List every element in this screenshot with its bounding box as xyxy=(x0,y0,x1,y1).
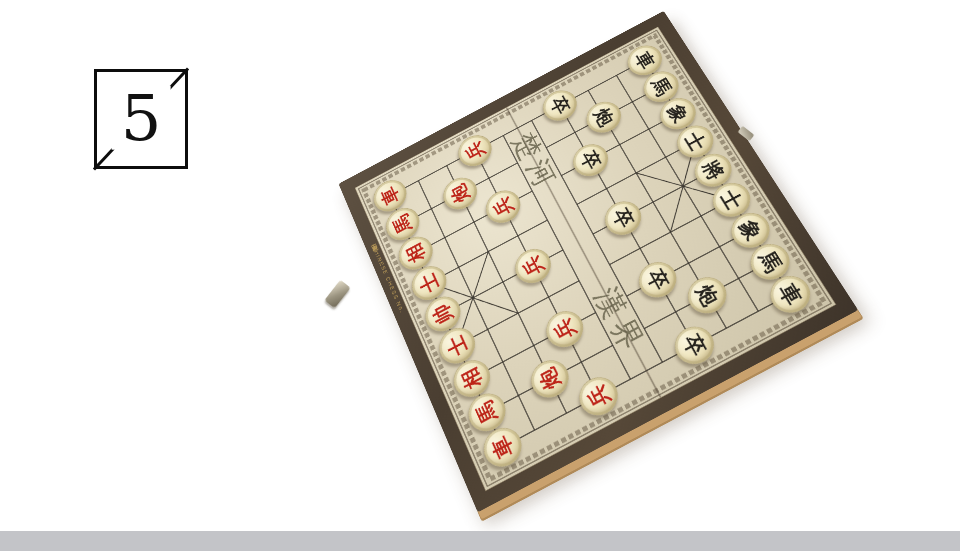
piece-character: 車 xyxy=(489,433,517,462)
piece-character: 馬 xyxy=(391,212,415,237)
board-frame: 中国象棋 CHINESE CHESS No. xyxy=(339,11,859,512)
piece-character: 士 xyxy=(717,187,745,213)
piece-red: 炮 xyxy=(438,172,482,216)
piece-character: 相 xyxy=(403,241,428,266)
piece-character: 車 xyxy=(378,184,402,208)
piece-character: 炮 xyxy=(536,365,564,393)
piece-character: 兵 xyxy=(584,382,613,411)
piece-character: 象 xyxy=(665,102,692,126)
piece-red: 兵 xyxy=(481,184,526,229)
piece-red: 炮 xyxy=(525,354,575,405)
piece-character: 炮 xyxy=(591,105,617,129)
piece-character: 兵 xyxy=(551,315,578,342)
piece-character: 兵 xyxy=(463,139,487,163)
piece-character: 相 xyxy=(459,365,486,393)
piece-character: 車 xyxy=(775,280,805,308)
piece-character: 炮 xyxy=(448,181,473,205)
piece-black: 卒 xyxy=(599,195,648,241)
piece-black: 卒 xyxy=(567,138,614,182)
piece-character: 馬 xyxy=(473,398,500,426)
piece-character: 馬 xyxy=(648,75,674,98)
piece-black: 炮 xyxy=(581,96,627,139)
piece-black: 炮 xyxy=(681,271,733,320)
piece-character: 兵 xyxy=(520,253,546,279)
piece-character: 馬 xyxy=(755,248,785,275)
piece-red: 兵 xyxy=(510,243,557,290)
piece-character: 士 xyxy=(444,332,470,359)
piece-character: 士 xyxy=(682,129,709,154)
piece-character: 兵 xyxy=(491,194,516,219)
piece-character: 車 xyxy=(632,49,658,72)
piece-black: 卒 xyxy=(632,256,683,304)
piece-character: 士 xyxy=(417,270,442,296)
piece-character: 炮 xyxy=(693,282,722,309)
piece-character: 象 xyxy=(736,217,765,243)
product-photo: 5 中国象棋 CHINESE CHESS No. xyxy=(0,0,960,551)
piece-character: 卒 xyxy=(644,266,672,293)
piece-character: 帅 xyxy=(430,301,456,327)
piece-character: 卒 xyxy=(578,148,604,172)
piece-character: 將 xyxy=(699,158,727,183)
metal-clasp-icon xyxy=(324,280,350,308)
board-surface: 楚河 漢界 車馬相士帅士相馬車炮炮兵兵兵兵兵卒卒卒卒卒炮炮車馬象士將士象馬車 xyxy=(355,27,835,490)
piece-character: 卒 xyxy=(547,94,572,117)
piece-red: 兵 xyxy=(540,305,589,354)
photo-number-label: 5 xyxy=(94,69,188,169)
label-number: 5 xyxy=(112,86,171,150)
piece-character: 卒 xyxy=(610,205,637,231)
bottom-gray-bar xyxy=(0,531,960,551)
piece-character: 卒 xyxy=(680,331,709,359)
board-grid: 車馬相士帅士相馬車炮炮兵兵兵兵兵卒卒卒卒卒炮炮車馬象士將士象馬車 xyxy=(370,40,817,474)
xiangqi-board: 中国象棋 CHINESE CHESS No. xyxy=(339,11,859,512)
